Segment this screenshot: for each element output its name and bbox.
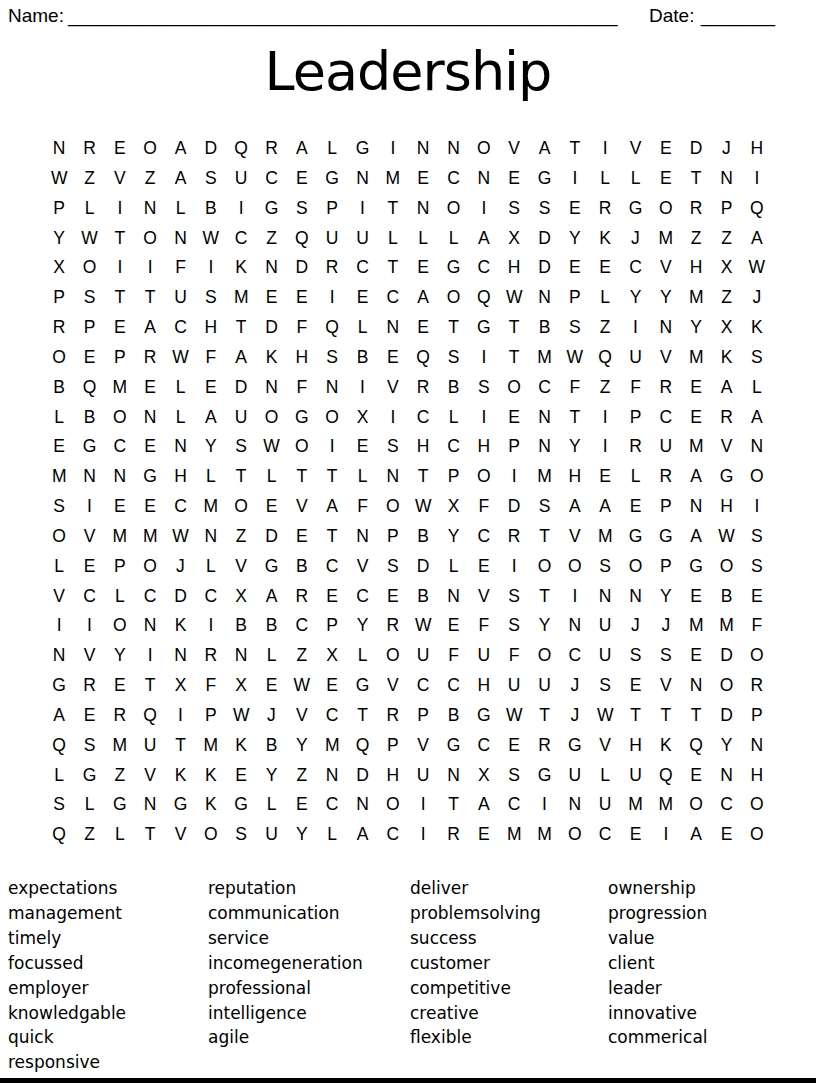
grid-cell-r18c10: X <box>317 641 347 671</box>
grid-cell-r15c14: L <box>438 552 468 582</box>
grid-cell-r10c8: O <box>256 403 286 433</box>
grid-cell-r9c24: L <box>742 373 772 403</box>
grid-cell-r9c16: O <box>499 373 529 403</box>
grid-cell-r5c10: R <box>317 253 347 283</box>
grid-cell-r17c19: U <box>590 611 620 641</box>
grid-cell-r12c2: N <box>74 462 104 492</box>
grid-cell-r18c7: N <box>226 641 256 671</box>
grid-cell-r18c11: L <box>347 641 377 671</box>
grid-cell-r6c1: P <box>44 283 74 313</box>
grid-cell-r19c5: X <box>165 671 195 701</box>
grid-cell-r4c8: Z <box>256 224 286 254</box>
grid-cell-r16c24: E <box>742 582 772 612</box>
grid-cell-r8c17: M <box>529 343 559 373</box>
grid-cell-r8c20: U <box>620 343 650 373</box>
grid-cell-r19c18: J <box>560 671 590 701</box>
grid-cell-r13c14: X <box>438 492 468 522</box>
word-list-item: success <box>410 926 541 951</box>
grid-cell-r21c2: S <box>74 731 104 761</box>
grid-cell-r13c9: V <box>287 492 317 522</box>
grid-cell-r7c4: A <box>135 313 165 343</box>
grid-cell-r15c21: P <box>651 552 681 582</box>
word-list-item: progression <box>608 901 708 926</box>
grid-cell-r22c23: N <box>711 761 741 791</box>
grid-cell-r24c2: Z <box>74 820 104 850</box>
grid-cell-r6c24: J <box>742 283 772 313</box>
grid-cell-r4c15: A <box>469 224 499 254</box>
grid-cell-r21c1: Q <box>44 731 74 761</box>
grid-cell-r14c7: Z <box>226 522 256 552</box>
grid-cell-r14c4: M <box>135 522 165 552</box>
grid-cell-r11c14: C <box>438 432 468 462</box>
grid-cell-r16c16: S <box>499 582 529 612</box>
grid-cell-r22c8: Y <box>256 761 286 791</box>
grid-cell-r14c23: W <box>711 522 741 552</box>
grid-cell-r9c6: E <box>196 373 226 403</box>
grid-cell-r7c20: I <box>620 313 650 343</box>
grid-cell-r9c10: N <box>317 373 347 403</box>
grid-cell-r24c1: Q <box>44 820 74 850</box>
grid-cell-r13c5: C <box>165 492 195 522</box>
grid-cell-r9c15: S <box>469 373 499 403</box>
grid-cell-r24c15: E <box>469 820 499 850</box>
grid-cell-r4c22: Z <box>681 224 711 254</box>
grid-cell-r16c14: N <box>438 582 468 612</box>
grid-cell-r4c13: L <box>408 224 438 254</box>
grid-cell-r4c1: Y <box>44 224 74 254</box>
grid-cell-r19c6: F <box>196 671 226 701</box>
grid-cell-r2c5: A <box>165 164 195 194</box>
grid-cell-r6c23: Z <box>711 283 741 313</box>
grid-cell-r19c3: E <box>105 671 135 701</box>
grid-cell-r5c24: W <box>742 253 772 283</box>
grid-cell-r10c5: L <box>165 403 195 433</box>
grid-cell-r22c1: L <box>44 761 74 791</box>
grid-cell-r6c8: E <box>256 283 286 313</box>
grid-cell-r4c7: C <box>226 224 256 254</box>
grid-cell-r17c11: Y <box>347 611 377 641</box>
grid-cell-r23c19: U <box>590 790 620 820</box>
grid-cell-r18c23: D <box>711 641 741 671</box>
grid-cell-r13c12: O <box>378 492 408 522</box>
grid-cell-r16c8: A <box>256 582 286 612</box>
grid-cell-r12c6: L <box>196 462 226 492</box>
grid-cell-r20c20: T <box>620 701 650 731</box>
grid-cell-r3c20: G <box>620 194 650 224</box>
grid-cell-r15c22: G <box>681 552 711 582</box>
grid-cell-r17c1: I <box>44 611 74 641</box>
grid-cell-r20c14: B <box>438 701 468 731</box>
grid-cell-r24c9: Y <box>287 820 317 850</box>
grid-cell-r10c13: C <box>408 403 438 433</box>
grid-cell-r14c16: R <box>499 522 529 552</box>
grid-cell-r3c18: E <box>560 194 590 224</box>
name-fill-line[interactable]: ________________________________________… <box>68 5 617 27</box>
grid-cell-r24c7: S <box>226 820 256 850</box>
grid-cell-r16c13: B <box>408 582 438 612</box>
grid-cell-r8c19: Q <box>590 343 620 373</box>
grid-cell-r20c7: W <box>226 701 256 731</box>
grid-cell-r20c12: R <box>378 701 408 731</box>
grid-cell-r14c1: O <box>44 522 74 552</box>
grid-cell-r10c4: N <box>135 403 165 433</box>
grid-cell-r2c10: G <box>317 164 347 194</box>
grid-cell-r16c20: N <box>620 582 650 612</box>
grid-cell-r9c14: B <box>438 373 468 403</box>
grid-cell-r6c3: T <box>105 283 135 313</box>
grid-cell-r1c23: J <box>711 134 741 164</box>
grid-cell-r19c7: X <box>226 671 256 701</box>
grid-cell-r7c12: N <box>378 313 408 343</box>
grid-cell-r4c5: N <box>165 224 195 254</box>
grid-cell-r18c21: S <box>651 641 681 671</box>
grid-cell-r12c9: T <box>287 462 317 492</box>
grid-cell-r6c21: Y <box>651 283 681 313</box>
grid-cell-r18c12: O <box>378 641 408 671</box>
grid-cell-r3c21: O <box>651 194 681 224</box>
grid-cell-r5c18: E <box>560 253 590 283</box>
grid-cell-r19c11: G <box>347 671 377 701</box>
grid-cell-r1c9: A <box>287 134 317 164</box>
grid-cell-r4c6: W <box>196 224 226 254</box>
grid-cell-r23c12: O <box>378 790 408 820</box>
grid-cell-r1c20: V <box>620 134 650 164</box>
grid-cell-r19c9: W <box>287 671 317 701</box>
grid-cell-r13c22: N <box>681 492 711 522</box>
grid-cell-r4c9: Q <box>287 224 317 254</box>
word-list-item: deliver <box>410 876 541 901</box>
grid-cell-r16c21: Y <box>651 582 681 612</box>
grid-cell-r1c13: N <box>408 134 438 164</box>
grid-cell-r10c1: L <box>44 403 74 433</box>
grid-cell-r6c19: L <box>590 283 620 313</box>
grid-cell-r20c6: P <box>196 701 226 731</box>
grid-cell-r24c5: V <box>165 820 195 850</box>
grid-cell-r17c14: E <box>438 611 468 641</box>
grid-cell-r17c9: C <box>287 611 317 641</box>
grid-cell-r24c12: C <box>378 820 408 850</box>
grid-cell-r9c20: F <box>620 373 650 403</box>
grid-cell-r24c23: E <box>711 820 741 850</box>
grid-cell-r11c6: Y <box>196 432 226 462</box>
grid-cell-r21c8: B <box>256 731 286 761</box>
grid-cell-r6c11: E <box>347 283 377 313</box>
grid-cell-r5c2: O <box>74 253 104 283</box>
grid-cell-r4c19: K <box>590 224 620 254</box>
grid-cell-r13c10: A <box>317 492 347 522</box>
grid-cell-r4c18: Y <box>560 224 590 254</box>
grid-cell-r21c10: M <box>317 731 347 761</box>
grid-cell-r1c16: V <box>499 134 529 164</box>
grid-cell-r12c3: N <box>105 462 135 492</box>
grid-cell-r12c10: T <box>317 462 347 492</box>
grid-cell-r19c22: N <box>681 671 711 701</box>
grid-cell-r2c7: U <box>226 164 256 194</box>
bottom-divider-bar <box>0 1078 816 1083</box>
grid-cell-r11c19: I <box>590 432 620 462</box>
grid-cell-r15c6: L <box>196 552 226 582</box>
grid-cell-r16c23: B <box>711 582 741 612</box>
grid-cell-r3c6: B <box>196 194 226 224</box>
grid-cell-r15c4: O <box>135 552 165 582</box>
grid-cell-r16c7: X <box>226 582 256 612</box>
word-column-2: reputationcommunicationserviceincomegene… <box>208 876 363 1050</box>
grid-cell-r4c4: O <box>135 224 165 254</box>
grid-cell-r24c3: L <box>105 820 135 850</box>
word-list-item: focussed <box>8 951 126 976</box>
grid-cell-r17c17: Y <box>529 611 559 641</box>
grid-cell-r11c22: M <box>681 432 711 462</box>
grid-cell-r15c23: O <box>711 552 741 582</box>
grid-cell-r22c3: Z <box>105 761 135 791</box>
grid-cell-r6c13: A <box>408 283 438 313</box>
grid-cell-r24c24: O <box>742 820 772 850</box>
grid-cell-r7c18: S <box>560 313 590 343</box>
grid-cell-r1c19: I <box>590 134 620 164</box>
grid-cell-r2c14: C <box>438 164 468 194</box>
grid-cell-r5c3: I <box>105 253 135 283</box>
grid-cell-r13c2: I <box>74 492 104 522</box>
grid-cell-r13c13: W <box>408 492 438 522</box>
grid-cell-r16c9: R <box>287 582 317 612</box>
grid-cell-r15c15: E <box>469 552 499 582</box>
grid-cell-r2c19: L <box>590 164 620 194</box>
grid-cell-r17c15: F <box>469 611 499 641</box>
grid-cell-r19c8: E <box>256 671 286 701</box>
grid-cell-r18c17: O <box>529 641 559 671</box>
grid-cell-r11c21: U <box>651 432 681 462</box>
date-fill-line[interactable]: _______ <box>701 5 775 27</box>
grid-cell-r21c15: C <box>469 731 499 761</box>
grid-cell-r10c10: O <box>317 403 347 433</box>
grid-cell-r14c3: M <box>105 522 135 552</box>
grid-cell-r2c13: E <box>408 164 438 194</box>
grid-cell-r5c17: D <box>529 253 559 283</box>
grid-cell-r15c12: S <box>378 552 408 582</box>
grid-cell-r24c18: O <box>560 820 590 850</box>
grid-cell-r9c18: F <box>560 373 590 403</box>
grid-cell-r24c10: L <box>317 820 347 850</box>
grid-cell-r8c2: E <box>74 343 104 373</box>
grid-cell-r17c23: M <box>711 611 741 641</box>
grid-cell-r4c12: L <box>378 224 408 254</box>
grid-cell-r23c10: C <box>317 790 347 820</box>
grid-cell-r13c15: F <box>469 492 499 522</box>
grid-cell-r2c11: N <box>347 164 377 194</box>
grid-cell-r15c2: E <box>74 552 104 582</box>
grid-cell-r8c15: I <box>469 343 499 373</box>
grid-cell-r19c4: T <box>135 671 165 701</box>
grid-cell-r12c14: P <box>438 462 468 492</box>
grid-cell-r19c12: V <box>378 671 408 701</box>
grid-cell-r12c16: I <box>499 462 529 492</box>
grid-cell-r18c15: U <box>469 641 499 671</box>
grid-cell-r5c20: C <box>620 253 650 283</box>
grid-cell-r8c1: O <box>44 343 74 373</box>
grid-cell-r20c17: T <box>529 701 559 731</box>
grid-cell-r17c5: K <box>165 611 195 641</box>
grid-cell-r4c21: M <box>651 224 681 254</box>
grid-cell-r3c2: L <box>74 194 104 224</box>
grid-cell-r8c23: K <box>711 343 741 373</box>
grid-cell-r8c4: R <box>135 343 165 373</box>
grid-cell-r18c14: F <box>438 641 468 671</box>
word-column-4: ownershipprogressionvalueclientleaderinn… <box>608 876 708 1050</box>
grid-cell-r11c8: W <box>256 432 286 462</box>
grid-cell-r16c15: V <box>469 582 499 612</box>
grid-cell-r13c6: M <box>196 492 226 522</box>
grid-cell-r23c18: N <box>560 790 590 820</box>
grid-cell-r19c16: U <box>499 671 529 701</box>
grid-cell-r20c9: V <box>287 701 317 731</box>
word-list-item: intelligence <box>208 1001 363 1026</box>
grid-cell-r22c20: U <box>620 761 650 791</box>
grid-cell-r7c7: T <box>226 313 256 343</box>
grid-cell-r3c4: N <box>135 194 165 224</box>
word-list-item: service <box>208 926 363 951</box>
grid-cell-r14c15: C <box>469 522 499 552</box>
grid-cell-r2c8: C <box>256 164 286 194</box>
grid-cell-r12c19: E <box>590 462 620 492</box>
grid-cell-r2c3: V <box>105 164 135 194</box>
grid-cell-r9c5: L <box>165 373 195 403</box>
grid-cell-r8c9: H <box>287 343 317 373</box>
grid-cell-r22c12: H <box>378 761 408 791</box>
grid-cell-r6c6: S <box>196 283 226 313</box>
grid-cell-r4c10: U <box>317 224 347 254</box>
grid-cell-r11c12: S <box>378 432 408 462</box>
grid-cell-r21c14: G <box>438 731 468 761</box>
grid-cell-r12c7: T <box>226 462 256 492</box>
grid-cell-r3c22: R <box>681 194 711 224</box>
grid-cell-r23c20: M <box>620 790 650 820</box>
word-list-item: flexible <box>410 1025 541 1050</box>
grid-cell-r3c17: S <box>529 194 559 224</box>
grid-cell-r22c6: K <box>196 761 226 791</box>
grid-cell-r10c3: O <box>105 403 135 433</box>
grid-cell-r24c21: I <box>651 820 681 850</box>
grid-cell-r17c2: I <box>74 611 104 641</box>
grid-cell-r15c19: S <box>590 552 620 582</box>
grid-cell-r2c20: L <box>620 164 650 194</box>
grid-cell-r3c15: I <box>469 194 499 224</box>
grid-cell-r14c12: P <box>378 522 408 552</box>
grid-cell-r22c22: E <box>681 761 711 791</box>
grid-cell-r7c13: E <box>408 313 438 343</box>
grid-cell-r4c23: Z <box>711 224 741 254</box>
grid-cell-r12c13: T <box>408 462 438 492</box>
grid-cell-r9c19: Z <box>590 373 620 403</box>
grid-cell-r4c16: X <box>499 224 529 254</box>
grid-cell-r8c7: A <box>226 343 256 373</box>
grid-cell-r10c16: E <box>499 403 529 433</box>
grid-cell-r9c2: Q <box>74 373 104 403</box>
grid-cell-r10c6: A <box>196 403 226 433</box>
word-list-item: problemsolving <box>410 901 541 926</box>
grid-cell-r23c1: S <box>44 790 74 820</box>
grid-cell-r10c17: N <box>529 403 559 433</box>
grid-cell-r23c21: M <box>651 790 681 820</box>
grid-cell-r12c4: G <box>135 462 165 492</box>
grid-cell-r21c12: P <box>378 731 408 761</box>
grid-cell-r1c24: H <box>742 134 772 164</box>
grid-cell-r14c17: T <box>529 522 559 552</box>
word-list-item: reputation <box>208 876 363 901</box>
grid-cell-r21c16: E <box>499 731 529 761</box>
grid-cell-r6c7: M <box>226 283 256 313</box>
grid-cell-r23c9: E <box>287 790 317 820</box>
grid-cell-r15c1: L <box>44 552 74 582</box>
grid-cell-r15c16: I <box>499 552 529 582</box>
grid-cell-r14c13: B <box>408 522 438 552</box>
grid-cell-r18c2: V <box>74 641 104 671</box>
grid-cell-r17c22: M <box>681 611 711 641</box>
grid-cell-r10c9: G <box>287 403 317 433</box>
grid-cell-r9c21: R <box>651 373 681 403</box>
grid-cell-r13c1: S <box>44 492 74 522</box>
grid-cell-r17c24: F <box>742 611 772 641</box>
grid-cell-r15c8: G <box>256 552 286 582</box>
grid-cell-r5c9: D <box>287 253 317 283</box>
grid-cell-r16c2: C <box>74 582 104 612</box>
grid-cell-r14c11: N <box>347 522 377 552</box>
grid-cell-r10c18: T <box>560 403 590 433</box>
grid-cell-r1c8: R <box>256 134 286 164</box>
grid-cell-r8c24: S <box>742 343 772 373</box>
grid-cell-r20c16: W <box>499 701 529 731</box>
word-list-item: expectations <box>8 876 126 901</box>
grid-cell-r9c9: F <box>287 373 317 403</box>
grid-cell-r13c11: F <box>347 492 377 522</box>
grid-cell-r6c22: M <box>681 283 711 313</box>
grid-cell-r6c2: S <box>74 283 104 313</box>
grid-cell-r19c20: E <box>620 671 650 701</box>
grid-cell-r13c17: S <box>529 492 559 522</box>
grid-cell-r1c6: D <box>196 134 226 164</box>
grid-cell-r21c9: Y <box>287 731 317 761</box>
word-column-3: deliverproblemsolvingsuccesscustomercomp… <box>410 876 541 1050</box>
grid-cell-r18c6: R <box>196 641 226 671</box>
grid-cell-r23c8: L <box>256 790 286 820</box>
grid-cell-r7c17: B <box>529 313 559 343</box>
grid-cell-r22c17: G <box>529 761 559 791</box>
grid-cell-r11c2: G <box>74 432 104 462</box>
grid-cell-r22c14: N <box>438 761 468 791</box>
grid-cell-r12c15: O <box>469 462 499 492</box>
grid-cell-r7c8: D <box>256 313 286 343</box>
grid-cell-r9c22: E <box>681 373 711 403</box>
grid-cell-r19c17: U <box>529 671 559 701</box>
grid-cell-r9c17: C <box>529 373 559 403</box>
grid-cell-r16c6: C <box>196 582 226 612</box>
grid-cell-r11c4: E <box>135 432 165 462</box>
grid-cell-r15c5: J <box>165 552 195 582</box>
grid-cell-r10c2: B <box>74 403 104 433</box>
grid-cell-r4c24: A <box>742 224 772 254</box>
grid-cell-r5c11: C <box>347 253 377 283</box>
grid-cell-r20c24: P <box>742 701 772 731</box>
grid-cell-r13c21: P <box>651 492 681 522</box>
grid-cell-r21c13: V <box>408 731 438 761</box>
grid-cell-r23c16: C <box>499 790 529 820</box>
grid-cell-r10c7: U <box>226 403 256 433</box>
word-list-item: competitive <box>410 976 541 1001</box>
word-list-item: commerical <box>608 1025 708 1050</box>
word-list-item: client <box>608 951 708 976</box>
grid-cell-r4c3: T <box>105 224 135 254</box>
grid-cell-r12c23: G <box>711 462 741 492</box>
grid-cell-r20c13: P <box>408 701 438 731</box>
